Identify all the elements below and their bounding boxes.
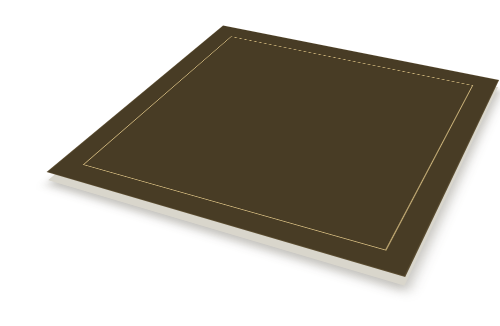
chess-photo-page: { "game": "chess", "scene": { "descripti… xyxy=(0,0,500,326)
chess-board xyxy=(47,25,499,276)
chess-board-photo xyxy=(123,0,463,292)
